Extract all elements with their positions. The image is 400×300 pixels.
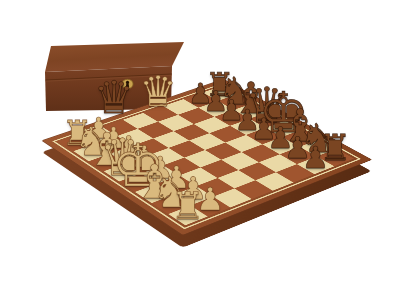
- chess-set-product-photo: ♛ ♛ ♜♞♝♛♚♝♞♜♟♟♟♟♟♟♟♟♟♟♟♟♟♟♟♟♜♞♝♛♚♝♞♜: [0, 0, 400, 300]
- spare-dark-queen: ♛: [94, 75, 134, 120]
- spare-light-queen: ♛: [139, 71, 177, 113]
